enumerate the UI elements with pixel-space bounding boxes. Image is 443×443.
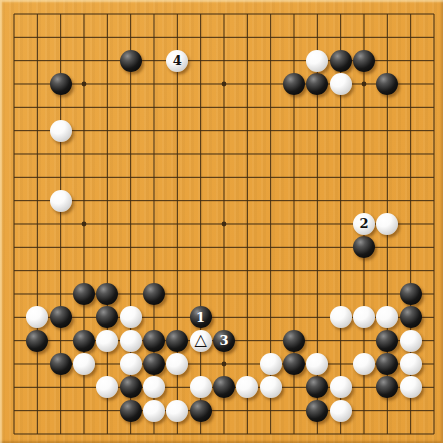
stone-black[interactable] <box>143 283 165 305</box>
stone-white[interactable] <box>166 400 188 422</box>
stone-black[interactable] <box>213 376 235 398</box>
stone-black[interactable] <box>306 400 328 422</box>
stone-white[interactable] <box>120 330 142 352</box>
stone-white[interactable] <box>376 213 398 235</box>
stone-black[interactable] <box>376 73 398 95</box>
stone-white[interactable] <box>400 330 422 352</box>
stone-black[interactable] <box>376 376 398 398</box>
stone-white[interactable] <box>353 306 375 328</box>
stone-black[interactable] <box>120 376 142 398</box>
go-board[interactable]: 1342△ <box>0 0 443 443</box>
stone-white[interactable] <box>376 306 398 328</box>
stone-black[interactable] <box>376 330 398 352</box>
stone-white[interactable] <box>190 376 212 398</box>
stone-black[interactable] <box>353 50 375 72</box>
stone-white[interactable] <box>400 376 422 398</box>
stone-white[interactable] <box>96 330 118 352</box>
stone-black[interactable] <box>73 330 95 352</box>
stone-white[interactable] <box>50 120 72 142</box>
stone-black[interactable] <box>96 283 118 305</box>
move-number-label: 1 <box>190 306 212 328</box>
stone-white[interactable] <box>143 376 165 398</box>
stone-black[interactable] <box>50 353 72 375</box>
stone-black[interactable]: 3 <box>213 330 235 352</box>
move-number-label: 2 <box>353 213 375 235</box>
stone-white[interactable] <box>73 353 95 375</box>
stone-black[interactable] <box>143 330 165 352</box>
move-number-label: 4 <box>166 50 188 72</box>
stone-black[interactable] <box>166 330 188 352</box>
stone-white[interactable] <box>306 50 328 72</box>
stone-black[interactable] <box>353 236 375 258</box>
stone-grid: 1342△ <box>2 2 443 443</box>
stone-white[interactable] <box>236 376 258 398</box>
stone-black[interactable] <box>400 283 422 305</box>
stone-black[interactable] <box>376 353 398 375</box>
stone-white[interactable] <box>400 353 422 375</box>
stone-white[interactable] <box>96 376 118 398</box>
stone-white[interactable] <box>260 376 282 398</box>
stone-white[interactable]: 4 <box>166 50 188 72</box>
stone-black[interactable] <box>283 353 305 375</box>
screenshot-root: 1342△ <box>0 0 443 443</box>
stone-black[interactable] <box>26 330 48 352</box>
stone-white[interactable] <box>120 306 142 328</box>
stone-black[interactable] <box>190 400 212 422</box>
stone-white[interactable]: △ <box>190 330 212 352</box>
stone-white[interactable] <box>260 353 282 375</box>
stone-black[interactable] <box>283 330 305 352</box>
triangle-mark: △ <box>190 330 212 352</box>
stone-black[interactable] <box>306 376 328 398</box>
stone-black[interactable] <box>73 283 95 305</box>
stone-white[interactable] <box>306 353 328 375</box>
stone-white[interactable] <box>330 376 352 398</box>
stone-black[interactable] <box>143 353 165 375</box>
stone-black[interactable] <box>120 50 142 72</box>
stone-black[interactable] <box>330 50 352 72</box>
stone-black[interactable]: 1 <box>190 306 212 328</box>
stone-black[interactable] <box>400 306 422 328</box>
stone-black[interactable] <box>50 73 72 95</box>
stone-white[interactable] <box>50 190 72 212</box>
stone-white[interactable] <box>120 353 142 375</box>
stone-black[interactable] <box>96 306 118 328</box>
stone-white[interactable] <box>353 353 375 375</box>
stone-white[interactable] <box>166 353 188 375</box>
stone-black[interactable] <box>306 73 328 95</box>
stone-white[interactable] <box>330 400 352 422</box>
stone-white[interactable] <box>330 306 352 328</box>
stone-white[interactable]: 2 <box>353 213 375 235</box>
move-number-label: 3 <box>213 330 235 352</box>
stone-white[interactable] <box>26 306 48 328</box>
stone-white[interactable] <box>330 73 352 95</box>
stone-black[interactable] <box>283 73 305 95</box>
stone-black[interactable] <box>120 400 142 422</box>
stone-white[interactable] <box>143 400 165 422</box>
stone-black[interactable] <box>50 306 72 328</box>
